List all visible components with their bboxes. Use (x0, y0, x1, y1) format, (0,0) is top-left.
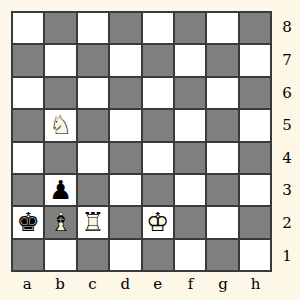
rank-label-1: 1 (275, 239, 299, 272)
square-d5[interactable] (110, 110, 140, 140)
square-a3[interactable] (13, 175, 43, 205)
white-knight[interactable]: ♘ (45, 110, 75, 140)
square-a5[interactable] (13, 110, 43, 140)
rank-label-8: 8 (275, 11, 299, 44)
square-a1[interactable] (13, 240, 43, 270)
square-c8[interactable] (78, 13, 108, 43)
square-g4[interactable] (207, 143, 237, 173)
square-g3[interactable] (207, 175, 237, 205)
file-label-e: e (142, 272, 175, 296)
square-e6[interactable] (143, 78, 173, 108)
file-label-a: a (11, 272, 44, 296)
square-f5[interactable] (175, 110, 205, 140)
square-a2[interactable]: ♚ (13, 207, 43, 237)
square-d2[interactable] (110, 207, 140, 237)
black-pawn[interactable]: ♟ (45, 175, 75, 205)
square-c3[interactable] (78, 175, 108, 205)
square-h1[interactable] (240, 240, 270, 270)
file-label-c: c (76, 272, 109, 296)
square-d7[interactable] (110, 45, 140, 75)
white-rook[interactable]: ♖ (78, 207, 108, 237)
file-label-b: b (44, 272, 77, 296)
square-d1[interactable] (110, 240, 140, 270)
file-label-f: f (174, 272, 207, 296)
white-rook-fill: ♜ (78, 207, 108, 237)
square-e2[interactable]: ♚♔ (143, 207, 173, 237)
square-h4[interactable] (240, 143, 270, 173)
rank-label-3: 3 (275, 174, 299, 207)
square-e4[interactable] (143, 143, 173, 173)
rank-labels: 87654321 (275, 11, 299, 272)
white-king-fill: ♚ (143, 207, 173, 237)
square-b5[interactable]: ♞♘ (45, 110, 75, 140)
white-king[interactable]: ♔ (143, 207, 173, 237)
square-e8[interactable] (143, 13, 173, 43)
square-f7[interactable] (175, 45, 205, 75)
square-g7[interactable] (207, 45, 237, 75)
square-f3[interactable] (175, 175, 205, 205)
rank-label-6: 6 (275, 76, 299, 109)
square-b4[interactable] (45, 143, 75, 173)
square-h6[interactable] (240, 78, 270, 108)
square-c4[interactable] (78, 143, 108, 173)
square-d8[interactable] (110, 13, 140, 43)
square-b2[interactable]: ♝♗ (45, 207, 75, 237)
square-g5[interactable] (207, 110, 237, 140)
square-d3[interactable] (110, 175, 140, 205)
rank-label-2: 2 (275, 207, 299, 240)
square-g1[interactable] (207, 240, 237, 270)
square-h5[interactable] (240, 110, 270, 140)
chess-board: ♞♘♟♚♝♗♜♖♚♔ (11, 11, 272, 272)
square-f6[interactable] (175, 78, 205, 108)
square-a8[interactable] (13, 13, 43, 43)
square-b7[interactable] (45, 45, 75, 75)
square-h7[interactable] (240, 45, 270, 75)
square-d4[interactable] (110, 143, 140, 173)
square-c1[interactable] (78, 240, 108, 270)
square-b8[interactable] (45, 13, 75, 43)
rank-label-4: 4 (275, 142, 299, 175)
rank-label-7: 7 (275, 44, 299, 77)
square-a6[interactable] (13, 78, 43, 108)
square-b6[interactable] (45, 78, 75, 108)
square-g6[interactable] (207, 78, 237, 108)
white-bishop[interactable]: ♗ (45, 207, 75, 237)
square-e7[interactable] (143, 45, 173, 75)
file-label-d: d (109, 272, 142, 296)
file-labels: abcdefgh (11, 272, 272, 296)
square-c7[interactable] (78, 45, 108, 75)
square-b3[interactable]: ♟ (45, 175, 75, 205)
white-bishop-fill: ♝ (45, 207, 75, 237)
square-a7[interactable] (13, 45, 43, 75)
square-c2[interactable]: ♜♖ (78, 207, 108, 237)
square-c5[interactable] (78, 110, 108, 140)
square-f2[interactable] (175, 207, 205, 237)
square-g8[interactable] (207, 13, 237, 43)
square-h2[interactable] (240, 207, 270, 237)
square-d6[interactable] (110, 78, 140, 108)
rank-label-5: 5 (275, 109, 299, 142)
square-e1[interactable] (143, 240, 173, 270)
square-f4[interactable] (175, 143, 205, 173)
square-c6[interactable] (78, 78, 108, 108)
white-knight-fill: ♞ (45, 110, 75, 140)
black-king[interactable]: ♚ (13, 207, 43, 237)
square-b1[interactable] (45, 240, 75, 270)
file-label-h: h (239, 272, 272, 296)
square-f1[interactable] (175, 240, 205, 270)
square-f8[interactable] (175, 13, 205, 43)
square-e5[interactable] (143, 110, 173, 140)
square-e3[interactable] (143, 175, 173, 205)
square-h8[interactable] (240, 13, 270, 43)
square-g2[interactable] (207, 207, 237, 237)
square-a4[interactable] (13, 143, 43, 173)
file-label-g: g (207, 272, 240, 296)
square-h3[interactable] (240, 175, 270, 205)
